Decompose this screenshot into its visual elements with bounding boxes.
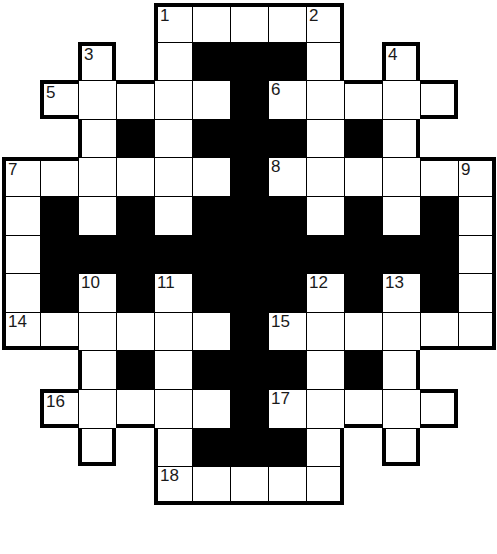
crossword-cell-r8-c10[interactable] (382, 312, 420, 351)
outside-area-r11-c11 (420, 428, 458, 467)
clue-number-7: 7 (8, 161, 17, 178)
black-cell-r3-c3 (116, 119, 154, 158)
crossword-cell-r12-c6[interactable] (230, 466, 268, 505)
black-cell-r11-c6 (230, 428, 268, 467)
clue-number-16: 16 (46, 393, 65, 410)
crossword-cell-r8-c9[interactable] (344, 312, 382, 351)
black-cell-r6-c6 (230, 235, 268, 274)
black-cell-r6-c4 (154, 235, 192, 274)
outside-area-r0-c12 (458, 3, 496, 42)
black-cell-r11-c7 (268, 428, 306, 467)
black-cell-r7-c9 (344, 273, 382, 312)
black-cell-r7-c3 (116, 273, 154, 312)
crossword-cell-r0-c8[interactable]: 2 (306, 3, 344, 42)
crossword-cell-r5-c8[interactable] (306, 196, 344, 235)
crossword-cell-r11-c4[interactable] (154, 428, 192, 467)
crossword-cell-r12-c7[interactable] (268, 466, 306, 505)
crossword-cell-r8-c0[interactable]: 14 (2, 312, 40, 351)
outside-area-r9-c12 (458, 350, 496, 389)
crossword-cell-r1-c10[interactable]: 4 (382, 42, 420, 81)
crossword-cell-r12-c8[interactable] (306, 466, 344, 505)
outside-area-r9-c1 (40, 350, 78, 389)
crossword-cell-r2-c10[interactable] (382, 80, 420, 119)
outside-area-r12-c3 (116, 466, 154, 505)
crossword-board: 123456789101112131415161718 (2, 3, 496, 505)
outside-area-r11-c12 (458, 428, 496, 467)
crossword-cell-r4-c11[interactable] (420, 157, 458, 196)
crossword-cell-r9-c8[interactable] (306, 350, 344, 389)
crossword-cell-r4-c0[interactable]: 7 (2, 157, 40, 196)
black-cell-r5-c11 (420, 196, 458, 235)
outside-area-r3-c1 (40, 119, 78, 158)
crossword-cell-r10-c4[interactable] (154, 389, 192, 428)
crossword-cell-r2-c8[interactable] (306, 80, 344, 119)
black-cell-r10-c6 (230, 389, 268, 428)
clue-number-9: 9 (461, 161, 470, 178)
black-cell-r9-c3 (116, 350, 154, 389)
crossword-cell-r12-c4[interactable]: 18 (154, 466, 192, 505)
black-cell-r1-c6 (230, 42, 268, 81)
crossword-cell-r8-c12[interactable] (458, 312, 496, 351)
outside-area-r12-c0 (2, 466, 40, 505)
outside-area-r10-c12 (458, 389, 496, 428)
crossword-cell-r1-c2[interactable]: 3 (78, 42, 116, 81)
clue-number-12: 12 (309, 274, 328, 291)
outside-area-r1-c12 (458, 42, 496, 81)
crossword-cell-r1-c8[interactable] (306, 42, 344, 81)
black-cell-r11-c5 (192, 428, 230, 467)
black-cell-r3-c5 (192, 119, 230, 158)
crossword-cell-r4-c10[interactable] (382, 157, 420, 196)
black-cell-r5-c1 (40, 196, 78, 235)
clue-number-5: 5 (46, 84, 55, 101)
crossword-cell-r5-c10[interactable] (382, 196, 420, 235)
black-cell-r7-c7 (268, 273, 306, 312)
black-cell-r6-c3 (116, 235, 154, 274)
outside-area-r3-c11 (420, 119, 458, 158)
clue-number-11: 11 (157, 274, 175, 291)
crossword-cell-r10-c10[interactable] (382, 389, 420, 428)
black-cell-r6-c9 (344, 235, 382, 274)
outside-area-r1-c0 (2, 42, 40, 81)
crossword-cell-r8-c11[interactable] (420, 312, 458, 351)
crossword-cell-r0-c6[interactable] (230, 3, 268, 42)
black-cell-r8-c6 (230, 312, 268, 351)
crossword-cell-r2-c9[interactable] (344, 80, 382, 119)
black-cell-r7-c1 (40, 273, 78, 312)
outside-area-r11-c0 (2, 428, 40, 467)
outside-area-r12-c11 (420, 466, 458, 505)
crossword-cell-r4-c7[interactable]: 8 (268, 157, 306, 196)
black-cell-r6-c7 (268, 235, 306, 274)
crossword-cell-r9-c2[interactable] (78, 350, 116, 389)
black-cell-r6-c8 (306, 235, 344, 274)
clue-number-14: 14 (8, 313, 27, 330)
black-cell-r5-c5 (192, 196, 230, 235)
clue-number-1: 1 (160, 7, 169, 24)
crossword-cell-r10-c8[interactable] (306, 389, 344, 428)
crossword-cell-r3-c8[interactable] (306, 119, 344, 158)
clue-number-6: 6 (271, 81, 280, 98)
black-cell-r6-c10 (382, 235, 420, 274)
black-cell-r2-c6 (230, 80, 268, 119)
outside-area-r0-c3 (116, 3, 154, 42)
crossword-cell-r2-c2[interactable] (78, 80, 116, 119)
crossword-cell-r2-c1[interactable]: 5 (40, 80, 78, 119)
outside-area-r11-c1 (40, 428, 78, 467)
crossword-cell-r7-c8[interactable]: 12 (306, 273, 344, 312)
crossword-cell-r8-c2[interactable] (78, 312, 116, 351)
outside-area-r12-c10 (382, 466, 420, 505)
crossword-cell-r2-c3[interactable] (116, 80, 154, 119)
outside-area-r9-c11 (420, 350, 458, 389)
crossword-cell-r3-c10[interactable] (382, 119, 420, 158)
outside-area-r12-c2 (78, 466, 116, 505)
crossword-cell-r4-c2[interactable] (78, 157, 116, 196)
crossword-cell-r10-c3[interactable] (116, 389, 154, 428)
crossword-cell-r8-c1[interactable] (40, 312, 78, 351)
outside-area-r3-c0 (2, 119, 40, 158)
clue-number-18: 18 (160, 467, 179, 484)
crossword-cell-r0-c4[interactable]: 1 (154, 3, 192, 42)
black-cell-r1-c5 (192, 42, 230, 81)
crossword-cell-r7-c12[interactable] (458, 273, 496, 312)
crossword-cell-r10-c5[interactable] (192, 389, 230, 428)
black-cell-r9-c5 (192, 350, 230, 389)
black-cell-r7-c6 (230, 273, 268, 312)
outside-area-r11-c9 (344, 428, 382, 467)
black-cell-r5-c7 (268, 196, 306, 235)
outside-area-r0-c0 (2, 3, 40, 42)
crossword-cell-r3-c4[interactable] (154, 119, 192, 158)
outside-area-r1-c1 (40, 42, 78, 81)
crossword-cell-r4-c4[interactable] (154, 157, 192, 196)
outside-area-r12-c1 (40, 466, 78, 505)
outside-area-r9-c0 (2, 350, 40, 389)
crossword-cell-r5-c12[interactable] (458, 196, 496, 235)
black-cell-r7-c11 (420, 273, 458, 312)
black-cell-r9-c6 (230, 350, 268, 389)
clue-number-2: 2 (309, 7, 318, 24)
outside-area-r3-c12 (458, 119, 496, 158)
crossword-cell-r2-c11[interactable] (420, 80, 458, 119)
crossword-cell-r0-c7[interactable] (268, 3, 306, 42)
crossword-cell-r9-c10[interactable] (382, 350, 420, 389)
crossword-page: 123456789101112131415161718 (0, 0, 497, 554)
outside-area-r0-c1 (40, 3, 78, 42)
black-cell-r5-c9 (344, 196, 382, 235)
black-cell-r9-c7 (268, 350, 306, 389)
crossword-cell-r8-c5[interactable] (192, 312, 230, 351)
crossword-cell-r10-c9[interactable] (344, 389, 382, 428)
crossword-cell-r2-c7[interactable]: 6 (268, 80, 306, 119)
crossword-cell-r4-c9[interactable] (344, 157, 382, 196)
clue-number-8: 8 (271, 158, 280, 175)
crossword-cell-r9-c4[interactable] (154, 350, 192, 389)
crossword-cell-r2-c4[interactable] (154, 80, 192, 119)
crossword-cell-r8-c7[interactable]: 15 (268, 312, 306, 351)
crossword-cell-r11-c8[interactable] (306, 428, 344, 467)
crossword-cell-r7-c0[interactable] (2, 273, 40, 312)
crossword-cell-r8-c3[interactable] (116, 312, 154, 351)
black-cell-r3-c7 (268, 119, 306, 158)
crossword-cell-r8-c8[interactable] (306, 312, 344, 351)
crossword-cell-r10-c11[interactable] (420, 389, 458, 428)
outside-area-r0-c9 (344, 3, 382, 42)
outside-area-r12-c9 (344, 466, 382, 505)
crossword-cell-r6-c0[interactable] (2, 235, 40, 274)
outside-area-r0-c11 (420, 3, 458, 42)
black-cell-r4-c6 (230, 157, 268, 196)
crossword-cell-r12-c5[interactable] (192, 466, 230, 505)
crossword-cell-r8-c4[interactable] (154, 312, 192, 351)
crossword-cell-r10-c7[interactable]: 17 (268, 389, 306, 428)
clue-number-10: 10 (81, 274, 100, 291)
crossword-cell-r7-c10[interactable]: 13 (382, 273, 420, 312)
clue-number-17: 17 (271, 390, 290, 407)
black-cell-r3-c6 (230, 119, 268, 158)
black-cell-r9-c9 (344, 350, 382, 389)
black-cell-r7-c5 (192, 273, 230, 312)
crossword-cell-r0-c5[interactable] (192, 3, 230, 42)
outside-area-r12-c12 (458, 466, 496, 505)
crossword-cell-r4-c8[interactable] (306, 157, 344, 196)
black-cell-r5-c3 (116, 196, 154, 235)
crossword-cell-r5-c0[interactable] (2, 196, 40, 235)
outside-area-r11-c3 (116, 428, 154, 467)
crossword-cell-r4-c12[interactable]: 9 (458, 157, 496, 196)
outside-area-r2-c0 (2, 80, 40, 119)
crossword-cell-r5-c2[interactable] (78, 196, 116, 235)
outside-area-r10-c0 (2, 389, 40, 428)
crossword-cell-r11-c2[interactable] (78, 428, 116, 467)
black-cell-r1-c7 (268, 42, 306, 81)
black-cell-r6-c5 (192, 235, 230, 274)
black-cell-r6-c1 (40, 235, 78, 274)
crossword-cell-r4-c5[interactable] (192, 157, 230, 196)
crossword-cell-r10-c1[interactable]: 16 (40, 389, 78, 428)
crossword-cell-r7-c2[interactable]: 10 (78, 273, 116, 312)
outside-area-r0-c10 (382, 3, 420, 42)
outside-area-r1-c9 (344, 42, 382, 81)
crossword-cell-r2-c5[interactable] (192, 80, 230, 119)
crossword-cell-r10-c2[interactable] (78, 389, 116, 428)
outside-area-r1-c3 (116, 42, 154, 81)
crossword-cell-r5-c4[interactable] (154, 196, 192, 235)
clue-number-15: 15 (271, 313, 290, 330)
black-cell-r5-c6 (230, 196, 268, 235)
black-cell-r6-c11 (420, 235, 458, 274)
crossword-cell-r4-c1[interactable] (40, 157, 78, 196)
clue-number-3: 3 (84, 46, 93, 63)
outside-area-r2-c12 (458, 80, 496, 119)
crossword-cell-r7-c4[interactable]: 11 (154, 273, 192, 312)
black-cell-r3-c9 (344, 119, 382, 158)
crossword-cell-r3-c2[interactable] (78, 119, 116, 158)
outside-area-r0-c2 (78, 3, 116, 42)
clue-number-4: 4 (388, 46, 397, 63)
black-cell-r6-c2 (78, 235, 116, 274)
clue-number-13: 13 (385, 274, 404, 291)
outside-area-r1-c11 (420, 42, 458, 81)
crossword-cell-r4-c3[interactable] (116, 157, 154, 196)
crossword-cell-r1-c4[interactable] (154, 42, 192, 81)
crossword-cell-r6-c12[interactable] (458, 235, 496, 274)
crossword-cell-r11-c10[interactable] (382, 428, 420, 467)
